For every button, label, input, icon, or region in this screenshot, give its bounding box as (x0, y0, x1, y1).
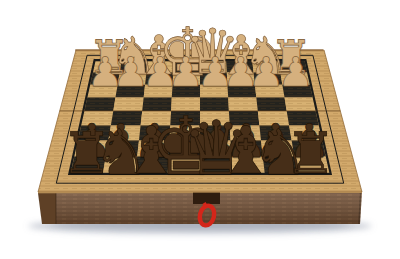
latch-notch (193, 193, 220, 205)
chess-board (0, 0, 400, 259)
box-left-side (38, 191, 56, 225)
photo-background: ♜♞♝♚♛♝♞♜♟♟♟♟♟♟♟♟♟♟♟♟♟♟♟♟♜♞♝♚♛♝♞♜ (0, 0, 400, 259)
